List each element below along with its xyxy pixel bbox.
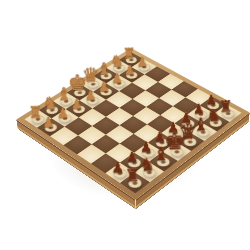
chess-board-box: ♜♟♟♜♞♟♟♞♝♟♟♝♛♟♟♛♚♟♟♚♝♟♟♝♞♟♟♞♜♟♟♜ [16,48,249,200]
board-3d-wrapper: ♜♟♟♜♞♟♟♞♝♟♟♝♛♟♟♛♚♟♟♚♝♟♟♝♞♟♟♞♜♟♟♜ [44,27,221,204]
board-grid: ♜♟♟♜♞♟♟♞♝♟♟♝♛♟♟♛♚♟♟♚♝♟♟♝♞♟♟♞♜♟♟♜ [24,52,241,193]
square-h8[interactable]: ♜ [120,172,150,193]
black-rook[interactable]: ♜ [113,167,151,185]
chess-board: ♜♟♟♜♞♟♟♞♝♟♟♝♛♟♟♛♚♟♟♚♝♟♟♝♞♟♟♞♜♟♟♜ [16,48,249,200]
scene: ♜♟♟♜♞♟♟♞♝♟♟♝♛♟♟♛♚♟♟♚♝♟♟♝♞♟♟♞♜♟♟♜ [0,0,250,250]
white-pawn[interactable]: ♟ [31,115,66,130]
